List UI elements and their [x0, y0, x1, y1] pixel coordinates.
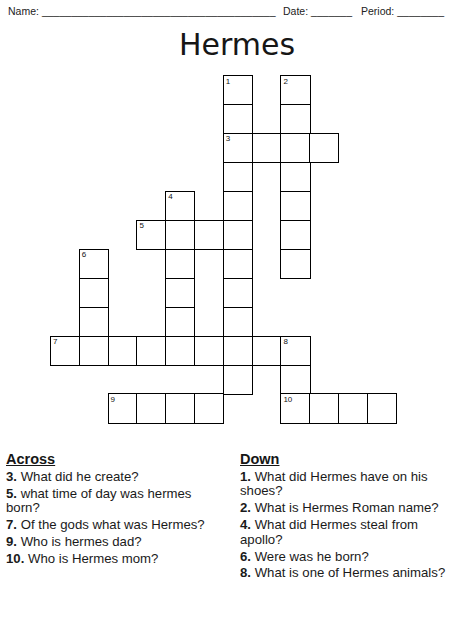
grid-cell-r6c6[interactable]: [223, 249, 253, 279]
clue-across-10: 10. Who is Hermes mom?: [6, 552, 217, 566]
clue-text: what time of day was hermes born?: [6, 486, 191, 515]
grid-cell-r0c8[interactable]: 2: [280, 75, 310, 105]
cell-number-10: 10: [283, 395, 292, 404]
grid-cell-r10c6[interactable]: [223, 365, 253, 395]
grid-cell-r3c6[interactable]: [223, 162, 253, 192]
clue-number: 1.: [240, 469, 251, 484]
grid-cell-r5c6[interactable]: [223, 220, 253, 250]
clue-number: 3.: [6, 469, 17, 484]
clue-number: 2.: [240, 500, 251, 515]
grid-cell-r11c9[interactable]: [309, 393, 339, 423]
puzzle-title: Hermes: [0, 27, 474, 62]
grid-cell-r11c8[interactable]: 10: [280, 393, 310, 423]
down-heading: Down: [240, 452, 452, 467]
name-label: Name:: [8, 5, 39, 17]
grid-cell-r9c7[interactable]: [252, 336, 282, 366]
period-label: Period:: [361, 5, 394, 17]
grid-cell-r11c2[interactable]: 9: [108, 393, 138, 423]
clue-text: What did Hermes steal from apollo?: [240, 517, 418, 546]
clue-number: 7.: [6, 517, 17, 532]
grid-cell-r4c8[interactable]: [280, 191, 310, 221]
clue-number: 8.: [240, 565, 251, 580]
clue-number: 9.: [6, 534, 17, 549]
grid-cell-r11c10[interactable]: [338, 393, 368, 423]
grid-cell-r4c6[interactable]: [223, 191, 253, 221]
grid-cell-r6c8[interactable]: [280, 249, 310, 279]
clue-number: 5.: [6, 486, 17, 501]
grid-cell-r9c5[interactable]: [194, 336, 224, 366]
grid-cell-r7c4[interactable]: [165, 278, 195, 308]
date-blank[interactable]: _______: [311, 5, 352, 17]
grid-cell-r7c1[interactable]: [79, 278, 109, 308]
grid-cell-r5c3[interactable]: 5: [136, 220, 166, 250]
date-label: Date:: [283, 5, 308, 17]
cell-number-5: 5: [139, 221, 143, 230]
grid-cell-r1c6[interactable]: [223, 104, 253, 134]
clue-across-9: 9. Who is hermes dad?: [6, 535, 217, 549]
grid-cell-r7c6[interactable]: [223, 278, 253, 308]
grid-cell-r1c8[interactable]: [280, 104, 310, 134]
across-section: Across 3. What did he create?5. what tim…: [6, 452, 217, 569]
clue-text: Of the gods what was Hermes?: [17, 517, 205, 532]
cell-number-4: 4: [168, 192, 172, 201]
cell-number-2: 2: [283, 77, 287, 86]
grid-cell-r11c11[interactable]: [367, 393, 397, 423]
grid-cell-r8c6[interactable]: [223, 307, 253, 337]
grid-cell-r9c1[interactable]: [79, 336, 109, 366]
grid-cell-r5c5[interactable]: [194, 220, 224, 250]
clue-down-1: 1. What did Hermes have on his shoes?: [240, 470, 452, 499]
period-blank[interactable]: ________: [397, 5, 444, 17]
clue-number: 6.: [240, 549, 251, 564]
cell-number-8: 8: [283, 337, 287, 346]
grid-cell-r2c8[interactable]: [280, 133, 310, 163]
grid-cell-r9c6[interactable]: [223, 336, 253, 366]
clue-number: 10.: [6, 551, 24, 566]
grid-cell-r11c4[interactable]: [165, 393, 195, 423]
clue-down-6: 6. Were was he born?: [240, 550, 452, 564]
clue-across-7: 7. Of the gods what was Hermes?: [6, 518, 217, 532]
clue-text: What is one of Hermes animals?: [251, 565, 445, 580]
grid-cell-r6c1[interactable]: 6: [79, 249, 109, 279]
down-list: 1. What did Hermes have on his shoes?2. …: [240, 470, 452, 581]
grid-cell-r6c4[interactable]: [165, 249, 195, 279]
name-field: Name:___________________________________…: [8, 5, 276, 17]
across-heading: Across: [6, 452, 217, 467]
clue-number: 4.: [240, 517, 251, 532]
clue-text: Were was he born?: [251, 549, 369, 564]
grid-cell-r9c3[interactable]: [136, 336, 166, 366]
grid-cell-r10c8[interactable]: [280, 365, 310, 395]
clue-text: What is Hermes Roman name?: [251, 500, 439, 515]
grid-cell-r2c6[interactable]: 3: [223, 133, 253, 163]
clue-down-2: 2. What is Hermes Roman name?: [240, 501, 452, 515]
grid-cell-r9c4[interactable]: [165, 336, 195, 366]
down-section: Down 1. What did Hermes have on his shoe…: [240, 452, 452, 583]
grid-cell-r8c1[interactable]: [79, 307, 109, 337]
grid-cell-r11c3[interactable]: [136, 393, 166, 423]
grid-cell-r4c4[interactable]: 4: [165, 191, 195, 221]
clue-text: What did Hermes have on his shoes?: [240, 469, 428, 498]
grid-cell-r3c8[interactable]: [280, 162, 310, 192]
date-field: Date:_______: [283, 5, 352, 17]
crossword-worksheet: Name:___________________________________…: [0, 0, 474, 629]
clue-across-3: 3. What did he create?: [6, 470, 217, 484]
clue-across-5: 5. what time of day was hermes born?: [6, 487, 217, 516]
name-blank[interactable]: ________________________________________: [42, 5, 276, 17]
period-field: Period:________: [361, 5, 444, 17]
clue-down-4: 4. What did Hermes steal from apollo?: [240, 518, 452, 547]
grid-cell-r9c8[interactable]: 8: [280, 336, 310, 366]
grid-cell-r2c9[interactable]: [309, 133, 339, 163]
clue-text: Who is hermes dad?: [17, 534, 142, 549]
grid-cell-r5c8[interactable]: [280, 220, 310, 250]
grid-cell-r9c2[interactable]: [108, 336, 138, 366]
cell-number-7: 7: [53, 337, 57, 346]
cell-number-9: 9: [111, 395, 115, 404]
clue-text: Who is Hermes mom?: [24, 551, 158, 566]
grid-cell-r2c7[interactable]: [252, 133, 282, 163]
cell-number-1: 1: [226, 77, 230, 86]
across-list: 3. What did he create?5. what time of da…: [6, 470, 217, 566]
grid-cell-r0c6[interactable]: 1: [223, 75, 253, 105]
cell-number-6: 6: [82, 250, 86, 259]
cell-number-3: 3: [226, 134, 230, 143]
grid-cell-r11c5[interactable]: [194, 393, 224, 423]
crossword-grid: 12345678910: [50, 75, 398, 425]
grid-cell-r9c0[interactable]: 7: [50, 336, 80, 366]
grid-cell-r8c4[interactable]: [165, 307, 195, 337]
clue-down-8: 8. What is one of Hermes animals?: [240, 566, 452, 580]
clue-text: What did he create?: [17, 469, 139, 484]
grid-cell-r5c4[interactable]: [165, 220, 195, 250]
